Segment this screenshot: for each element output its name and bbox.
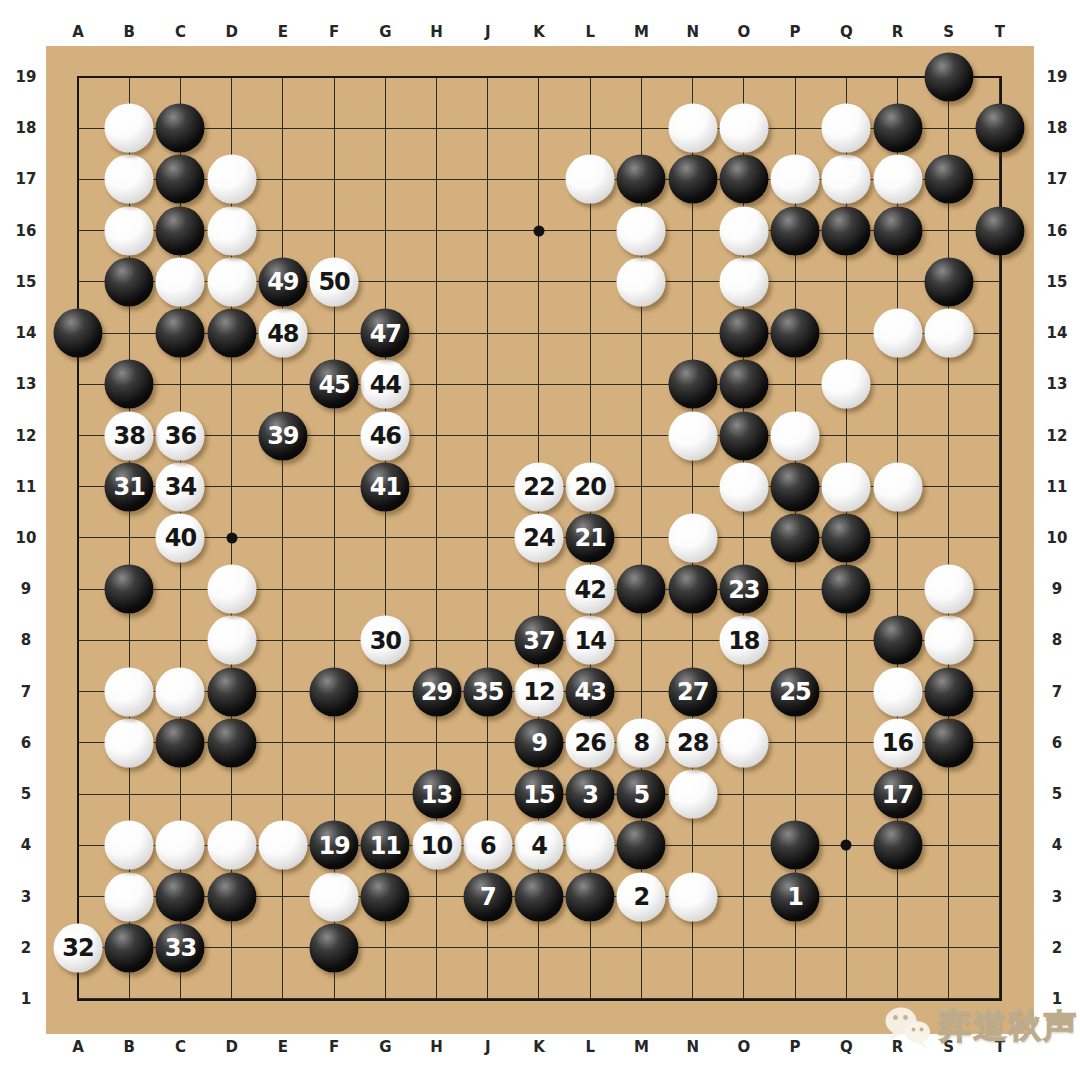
move-number: 27 xyxy=(677,680,708,704)
stone-white-C7 xyxy=(156,667,205,716)
coord-label-row: 19 xyxy=(16,68,37,86)
coord-label-col: Q xyxy=(840,1038,853,1056)
coord-label-row: 13 xyxy=(16,375,37,393)
coord-label-col: K xyxy=(533,1038,545,1056)
move-number: 23 xyxy=(728,577,759,601)
stone-white-B12: 38 xyxy=(105,411,154,460)
coord-label-col: H xyxy=(430,23,443,41)
move-number: 33 xyxy=(165,936,196,960)
stone-black-T16 xyxy=(975,206,1024,255)
stone-white-G12: 46 xyxy=(361,411,410,460)
stone-black-M17 xyxy=(617,155,666,204)
stone-white-Q18 xyxy=(822,104,871,153)
stone-white-C11: 34 xyxy=(156,462,205,511)
stone-black-O17 xyxy=(719,155,768,204)
move-number: 34 xyxy=(165,475,196,499)
stone-black-D7 xyxy=(207,667,256,716)
stone-black-C14 xyxy=(156,309,205,358)
move-number: 31 xyxy=(114,475,145,499)
stone-black-S19 xyxy=(924,53,973,102)
stone-white-S14 xyxy=(924,309,973,358)
stone-white-H4: 10 xyxy=(412,821,461,870)
move-number: 8 xyxy=(634,731,650,755)
coord-label-row: 2 xyxy=(21,939,31,957)
coord-label-row: 8 xyxy=(1052,631,1062,649)
coord-label-row: 5 xyxy=(1052,785,1062,803)
move-number: 41 xyxy=(370,475,401,499)
stone-white-R6: 16 xyxy=(873,718,922,767)
coord-label-col: O xyxy=(737,23,750,41)
coord-label-row: 17 xyxy=(1047,170,1068,188)
coord-label-row: 3 xyxy=(21,888,31,906)
stone-white-B16 xyxy=(105,206,154,255)
stone-black-F7 xyxy=(310,667,359,716)
stone-black-C17 xyxy=(156,155,205,204)
stone-white-D16 xyxy=(207,206,256,255)
coord-label-col: E xyxy=(278,1038,288,1056)
stone-white-N12 xyxy=(668,411,717,460)
move-number: 12 xyxy=(523,680,554,704)
coord-label-col: A xyxy=(72,1038,84,1056)
stone-white-L11: 20 xyxy=(566,462,615,511)
coord-label-col: K xyxy=(533,23,545,41)
coord-label-col: B xyxy=(124,1038,135,1056)
coord-label-col: P xyxy=(790,1038,801,1056)
move-number: 7 xyxy=(480,885,496,909)
move-number: 5 xyxy=(634,782,650,806)
stone-white-O18 xyxy=(719,104,768,153)
coord-label-col: H xyxy=(430,1038,443,1056)
stone-black-B15 xyxy=(105,257,154,306)
coord-label-col: C xyxy=(175,23,186,41)
move-number: 25 xyxy=(779,680,810,704)
stone-black-R5: 17 xyxy=(873,770,922,819)
stone-black-R18 xyxy=(873,104,922,153)
stone-black-B2 xyxy=(105,923,154,972)
move-number: 24 xyxy=(523,526,554,550)
stone-black-D3 xyxy=(207,872,256,921)
stone-white-M3: 2 xyxy=(617,872,666,921)
stone-white-N18 xyxy=(668,104,717,153)
watermark: 弈道秋声 xyxy=(884,1004,1078,1049)
move-number: 11 xyxy=(370,833,401,857)
stone-black-Q16 xyxy=(822,206,871,255)
stone-white-F3 xyxy=(310,872,359,921)
coord-label-row: 14 xyxy=(16,324,37,342)
move-number: 1 xyxy=(787,885,803,909)
coord-label-row: 6 xyxy=(1052,734,1062,752)
stone-white-D8 xyxy=(207,616,256,665)
move-number: 21 xyxy=(575,526,606,550)
move-number: 43 xyxy=(575,680,606,704)
stone-white-D9 xyxy=(207,565,256,614)
stone-black-R16 xyxy=(873,206,922,255)
stone-white-D15 xyxy=(207,257,256,306)
move-number: 37 xyxy=(523,628,554,652)
stone-white-Q11 xyxy=(822,462,871,511)
stone-black-C2: 33 xyxy=(156,923,205,972)
stone-white-P12 xyxy=(771,411,820,460)
stone-white-R17 xyxy=(873,155,922,204)
coord-label-col: L xyxy=(585,23,595,41)
coord-label-col: S xyxy=(943,23,954,41)
stone-black-A14 xyxy=(54,309,103,358)
stone-black-R8 xyxy=(873,616,922,665)
coord-label-row: 16 xyxy=(1047,222,1068,240)
stone-white-E14: 48 xyxy=(258,309,307,358)
coord-label-col: R xyxy=(892,23,904,41)
stone-white-O16 xyxy=(719,206,768,255)
coord-label-row: 10 xyxy=(16,529,37,547)
stone-white-M6: 8 xyxy=(617,718,666,767)
stone-black-F2 xyxy=(310,923,359,972)
stone-white-A2: 32 xyxy=(54,923,103,972)
stone-white-B4 xyxy=(105,821,154,870)
move-number: 13 xyxy=(421,782,452,806)
move-number: 45 xyxy=(318,372,349,396)
stone-white-B17 xyxy=(105,155,154,204)
move-number: 48 xyxy=(267,321,298,345)
stone-black-E12: 39 xyxy=(258,411,307,460)
coord-label-col: N xyxy=(686,1038,699,1056)
stone-white-C10: 40 xyxy=(156,513,205,562)
move-number: 49 xyxy=(267,270,298,294)
stone-black-E15: 49 xyxy=(258,257,307,306)
stone-black-C18 xyxy=(156,104,205,153)
coord-label-row: 18 xyxy=(1047,119,1068,137)
coord-label-row: 7 xyxy=(21,683,31,701)
stone-black-P10 xyxy=(771,513,820,562)
coord-label-col: F xyxy=(329,1038,339,1056)
coord-label-col: T xyxy=(995,23,1005,41)
stone-white-L17 xyxy=(566,155,615,204)
coord-label-col: L xyxy=(585,1038,595,1056)
stone-white-L4 xyxy=(566,821,615,870)
move-number: 16 xyxy=(882,731,913,755)
coord-label-row: 11 xyxy=(16,478,37,496)
coord-label-row: 9 xyxy=(21,580,31,598)
coord-label-col: D xyxy=(225,1038,237,1056)
stone-black-O14 xyxy=(719,309,768,358)
coord-label-col: M xyxy=(634,1038,649,1056)
stone-white-K10: 24 xyxy=(514,513,563,562)
stone-black-C16 xyxy=(156,206,205,255)
coord-label-row: 4 xyxy=(21,836,31,854)
stone-white-K7: 12 xyxy=(514,667,563,716)
stone-white-N10 xyxy=(668,513,717,562)
stone-black-H5: 13 xyxy=(412,770,461,819)
stone-black-G3 xyxy=(361,872,410,921)
move-number: 40 xyxy=(165,526,196,550)
coord-label-row: 11 xyxy=(1047,478,1068,496)
coord-label-col: J xyxy=(485,23,491,41)
stone-white-F15: 50 xyxy=(310,257,359,306)
stone-black-K5: 15 xyxy=(514,770,563,819)
coord-label-col: J xyxy=(485,1038,491,1056)
stone-black-P4 xyxy=(771,821,820,870)
stone-black-B9 xyxy=(105,565,154,614)
stone-black-D14 xyxy=(207,309,256,358)
move-number: 6 xyxy=(480,833,496,857)
coord-label-row: 17 xyxy=(16,170,37,188)
coord-label-row: 2 xyxy=(1052,939,1062,957)
stone-white-B3 xyxy=(105,872,154,921)
coord-label-row: 13 xyxy=(1047,375,1068,393)
stone-black-S7 xyxy=(924,667,973,716)
stone-black-P11 xyxy=(771,462,820,511)
stone-black-K3 xyxy=(514,872,563,921)
coord-label-col: B xyxy=(124,23,135,41)
stone-black-B11: 31 xyxy=(105,462,154,511)
stone-white-D4 xyxy=(207,821,256,870)
stone-white-R7 xyxy=(873,667,922,716)
coord-label-row: 8 xyxy=(21,631,31,649)
stone-black-O9: 23 xyxy=(719,565,768,614)
stone-black-Q10 xyxy=(822,513,871,562)
move-number: 38 xyxy=(114,424,145,448)
stone-black-Q9 xyxy=(822,565,871,614)
coord-label-row: 15 xyxy=(1047,273,1068,291)
coord-label-row: 16 xyxy=(16,222,37,240)
coord-label-row: 15 xyxy=(16,273,37,291)
stone-white-E4 xyxy=(258,821,307,870)
stone-black-T18 xyxy=(975,104,1024,153)
coord-label-col: A xyxy=(72,23,84,41)
stone-white-K4: 4 xyxy=(514,821,563,870)
coord-label-row: 5 xyxy=(21,785,31,803)
move-number: 20 xyxy=(575,475,606,499)
stone-white-B7 xyxy=(105,667,154,716)
move-number: 14 xyxy=(575,628,606,652)
stone-black-S6 xyxy=(924,718,973,767)
coord-label-row: 4 xyxy=(1052,836,1062,854)
stone-white-O11 xyxy=(719,462,768,511)
stone-black-B13 xyxy=(105,360,154,409)
stone-black-L3 xyxy=(566,872,615,921)
move-number: 39 xyxy=(267,424,298,448)
stone-white-P17 xyxy=(771,155,820,204)
stone-white-Q17 xyxy=(822,155,871,204)
stone-black-O12 xyxy=(719,411,768,460)
coord-label-col: D xyxy=(225,23,237,41)
move-number: 47 xyxy=(370,321,401,345)
stone-white-D17 xyxy=(207,155,256,204)
stone-white-O15 xyxy=(719,257,768,306)
stone-black-G4: 11 xyxy=(361,821,410,870)
move-number: 2 xyxy=(634,885,650,909)
stone-black-N9 xyxy=(668,565,717,614)
stone-white-Q13 xyxy=(822,360,871,409)
stone-black-D6 xyxy=(207,718,256,767)
stone-white-S9 xyxy=(924,565,973,614)
coord-label-row: 1 xyxy=(21,990,31,1008)
stone-white-J4: 6 xyxy=(463,821,512,870)
coord-label-col: C xyxy=(175,1038,186,1056)
stone-black-P3: 1 xyxy=(771,872,820,921)
coord-label-row: 18 xyxy=(16,119,37,137)
stone-black-M5: 5 xyxy=(617,770,666,819)
move-number: 22 xyxy=(523,475,554,499)
stone-white-O6 xyxy=(719,718,768,767)
stone-black-J3: 7 xyxy=(463,872,512,921)
stone-white-C12: 36 xyxy=(156,411,205,460)
stone-black-M9 xyxy=(617,565,666,614)
stone-black-C6 xyxy=(156,718,205,767)
move-number: 15 xyxy=(523,782,554,806)
coord-label-col: Q xyxy=(840,23,853,41)
move-number: 32 xyxy=(62,936,93,960)
stone-black-G11: 41 xyxy=(361,462,410,511)
stone-white-G13: 44 xyxy=(361,360,410,409)
stone-black-G14: 47 xyxy=(361,309,410,358)
stone-black-N17 xyxy=(668,155,717,204)
wechat-icon xyxy=(884,1005,932,1049)
stone-black-J7: 35 xyxy=(463,667,512,716)
stone-white-R11 xyxy=(873,462,922,511)
stone-black-O13 xyxy=(719,360,768,409)
coord-label-col: P xyxy=(790,23,801,41)
move-number: 18 xyxy=(728,628,759,652)
stone-black-H7: 29 xyxy=(412,667,461,716)
move-number: 28 xyxy=(677,731,708,755)
stone-white-M15 xyxy=(617,257,666,306)
coord-label-row: 3 xyxy=(1052,888,1062,906)
go-diagram-page: AABBCCDDEEFFGGHHJJKKLLMMNNOOPPQQRRSSTT19… xyxy=(0,0,1080,1080)
stone-black-K6: 9 xyxy=(514,718,563,767)
stone-white-M16 xyxy=(617,206,666,255)
stone-black-F13: 45 xyxy=(310,360,359,409)
stone-white-K11: 22 xyxy=(514,462,563,511)
coord-label-row: 9 xyxy=(1052,580,1062,598)
move-number: 50 xyxy=(318,270,349,294)
coord-label-col: O xyxy=(737,1038,750,1056)
watermark-text: 弈道秋声 xyxy=(938,1004,1078,1049)
stone-white-L8: 14 xyxy=(566,616,615,665)
move-number: 26 xyxy=(575,731,606,755)
move-number: 3 xyxy=(582,782,598,806)
star-point xyxy=(226,532,237,543)
move-number: 29 xyxy=(421,680,452,704)
move-number: 42 xyxy=(575,577,606,601)
move-number: 36 xyxy=(165,424,196,448)
star-point xyxy=(841,840,852,851)
stone-white-N5 xyxy=(668,770,717,819)
stone-black-M4 xyxy=(617,821,666,870)
move-number: 9 xyxy=(531,731,547,755)
stone-black-S17 xyxy=(924,155,973,204)
stone-black-N7: 27 xyxy=(668,667,717,716)
star-point xyxy=(533,225,544,236)
move-number: 4 xyxy=(531,833,547,857)
stone-black-K8: 37 xyxy=(514,616,563,665)
coord-label-col: E xyxy=(278,23,288,41)
stone-black-P14 xyxy=(771,309,820,358)
stone-black-P7: 25 xyxy=(771,667,820,716)
stone-black-L5: 3 xyxy=(566,770,615,819)
move-number: 44 xyxy=(370,372,401,396)
stone-white-B18 xyxy=(105,104,154,153)
stone-white-R14 xyxy=(873,309,922,358)
coord-label-col: F xyxy=(329,23,339,41)
stone-black-L10: 21 xyxy=(566,513,615,562)
stone-white-O8: 18 xyxy=(719,616,768,665)
coord-label-row: 14 xyxy=(1047,324,1068,342)
stone-black-L7: 43 xyxy=(566,667,615,716)
coord-label-row: 12 xyxy=(16,427,37,445)
stone-white-B6 xyxy=(105,718,154,767)
coord-label-col: G xyxy=(379,1038,391,1056)
coord-label-col: N xyxy=(686,23,699,41)
move-number: 35 xyxy=(472,680,503,704)
stone-black-P16 xyxy=(771,206,820,255)
coord-label-row: 19 xyxy=(1047,68,1068,86)
stone-white-L9: 42 xyxy=(566,565,615,614)
stone-white-C15 xyxy=(156,257,205,306)
coord-label-row: 7 xyxy=(1052,683,1062,701)
coord-label-col: G xyxy=(379,23,391,41)
coord-label-col: M xyxy=(634,23,649,41)
stone-black-S15 xyxy=(924,257,973,306)
stone-white-G8: 30 xyxy=(361,616,410,665)
coord-label-row: 12 xyxy=(1047,427,1068,445)
move-number: 46 xyxy=(370,424,401,448)
move-number: 19 xyxy=(318,833,349,857)
stone-white-C4 xyxy=(156,821,205,870)
move-number: 10 xyxy=(421,833,452,857)
stone-black-F4: 19 xyxy=(310,821,359,870)
stone-white-L6: 26 xyxy=(566,718,615,767)
stone-white-N3 xyxy=(668,872,717,921)
coord-label-row: 6 xyxy=(21,734,31,752)
stone-white-S8 xyxy=(924,616,973,665)
stone-white-N6: 28 xyxy=(668,718,717,767)
stone-black-C3 xyxy=(156,872,205,921)
stone-black-R4 xyxy=(873,821,922,870)
move-number: 17 xyxy=(882,782,913,806)
coord-label-row: 10 xyxy=(1047,529,1068,547)
move-number: 30 xyxy=(370,628,401,652)
stone-black-N13 xyxy=(668,360,717,409)
